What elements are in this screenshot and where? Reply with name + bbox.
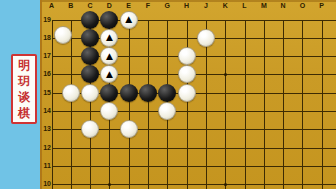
column-label: G xyxy=(161,1,173,10)
column-label: J xyxy=(200,1,212,10)
black-stone xyxy=(100,11,118,29)
grid-line xyxy=(264,20,265,190)
white-stone xyxy=(178,84,196,102)
grid-line xyxy=(148,20,149,190)
triangle-mark-icon: ▲ xyxy=(106,69,113,78)
white-stone: ▲ xyxy=(120,11,138,29)
row-label: 15 xyxy=(42,89,51,97)
white-stone xyxy=(81,120,99,138)
grid-line xyxy=(187,20,188,190)
grid-line xyxy=(322,20,323,190)
white-stone xyxy=(81,84,99,102)
white-stone xyxy=(100,102,118,120)
grid-line xyxy=(225,20,226,190)
column-label: M xyxy=(258,1,270,10)
black-stone xyxy=(81,11,99,29)
row-label: 12 xyxy=(42,144,51,152)
black-stone xyxy=(100,84,118,102)
column-label: A xyxy=(46,1,58,10)
white-stone xyxy=(54,26,72,44)
grid-line xyxy=(302,20,303,190)
column-label: P xyxy=(316,1,328,10)
white-stone xyxy=(197,29,215,47)
column-label: L xyxy=(239,1,251,10)
black-stone xyxy=(81,47,99,65)
grid-line xyxy=(52,184,336,185)
white-stone xyxy=(158,102,176,120)
grid-line xyxy=(52,20,53,190)
triangle-mark-icon: ▲ xyxy=(125,15,132,24)
seal-char: 棋 xyxy=(18,106,30,120)
star-point xyxy=(224,183,227,186)
triangle-mark-icon: ▲ xyxy=(106,33,113,42)
black-stone xyxy=(81,65,99,83)
column-label: C xyxy=(84,1,96,10)
grid-line xyxy=(245,20,246,190)
row-label: 14 xyxy=(42,107,51,115)
row-label: 18 xyxy=(42,34,51,42)
grid-line xyxy=(52,166,336,167)
seal-char: 明 xyxy=(18,58,30,72)
white-stone xyxy=(62,84,80,102)
black-stone xyxy=(158,84,176,102)
black-stone xyxy=(81,29,99,47)
seal-char: 玥 xyxy=(18,74,30,88)
column-label: F xyxy=(142,1,154,10)
white-stone xyxy=(178,65,196,83)
screen: 明 玥 谈 棋 ABCDEFGHJKLMNOPQ1918171615141312… xyxy=(0,0,336,189)
grid-line xyxy=(129,20,130,190)
column-label: K xyxy=(219,1,231,10)
white-stone xyxy=(178,47,196,65)
channel-seal: 明 玥 谈 棋 xyxy=(11,54,37,124)
grid-line xyxy=(52,111,336,112)
row-label: 17 xyxy=(42,52,51,60)
column-label: H xyxy=(181,1,193,10)
row-label: 10 xyxy=(42,180,51,188)
go-board[interactable]: ABCDEFGHJKLMNOPQ19181716151413121110▲▲▲▲ xyxy=(40,0,336,189)
star-point xyxy=(108,183,111,186)
black-stone xyxy=(139,84,157,102)
row-label: 11 xyxy=(42,162,51,170)
grid-line xyxy=(283,20,284,190)
row-label: 13 xyxy=(42,125,51,133)
white-stone: ▲ xyxy=(100,47,118,65)
triangle-mark-icon: ▲ xyxy=(106,51,113,60)
column-label: B xyxy=(65,1,77,10)
grid-line xyxy=(52,148,336,149)
white-stone xyxy=(120,120,138,138)
seal-char: 谈 xyxy=(18,90,30,104)
column-label: E xyxy=(123,1,135,10)
row-label: 19 xyxy=(42,16,51,24)
white-stone: ▲ xyxy=(100,65,118,83)
white-stone: ▲ xyxy=(100,29,118,47)
column-label: D xyxy=(103,1,115,10)
star-point xyxy=(224,73,227,76)
column-label: O xyxy=(296,1,308,10)
grid-line xyxy=(71,20,72,190)
black-stone xyxy=(120,84,138,102)
row-label: 16 xyxy=(42,70,51,78)
column-label: N xyxy=(277,1,289,10)
